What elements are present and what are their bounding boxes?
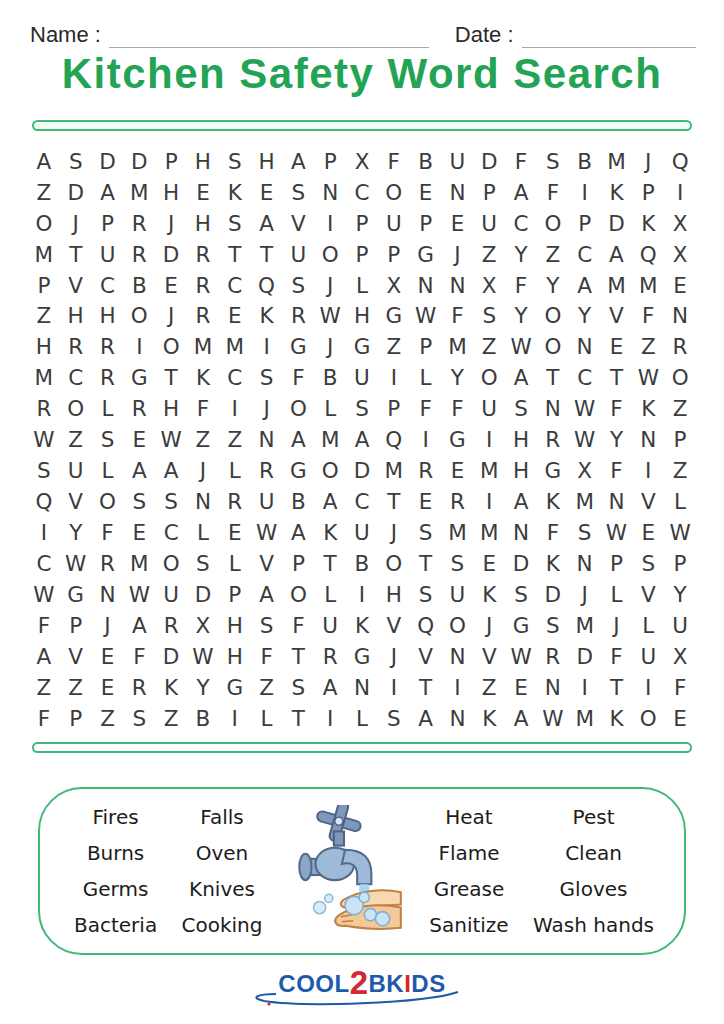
grid-cell-r17c4[interactable]: F: [123, 641, 155, 672]
grid-cell-r4c4[interactable]: R: [123, 239, 155, 270]
grid-cell-r1c17[interactable]: S: [537, 146, 569, 177]
grid-cell-r9c15[interactable]: U: [473, 394, 505, 425]
grid-cell-r4c10[interactable]: O: [314, 239, 346, 270]
grid-cell-r1c16[interactable]: F: [505, 146, 537, 177]
grid-cell-r2c21[interactable]: I: [664, 177, 696, 208]
grid-cell-r1c15[interactable]: D: [473, 146, 505, 177]
grid-cell-r12c4[interactable]: S: [123, 486, 155, 517]
grid-cell-r8c7[interactable]: C: [219, 363, 251, 394]
grid-cell-r18c9[interactable]: S: [282, 672, 314, 703]
grid-cell-r15c21[interactable]: Y: [664, 579, 696, 610]
grid-cell-r10c9[interactable]: A: [282, 425, 314, 456]
grid-cell-r17c5[interactable]: D: [155, 641, 187, 672]
grid-cell-r12c12[interactable]: T: [378, 486, 410, 517]
grid-cell-r16c20[interactable]: L: [632, 610, 664, 641]
grid-cell-r5c6[interactable]: R: [187, 270, 219, 301]
grid-cell-r19c7[interactable]: I: [219, 703, 251, 734]
grid-cell-r2c1[interactable]: Z: [28, 177, 60, 208]
grid-cell-r10c12[interactable]: Q: [378, 425, 410, 456]
grid-cell-r4c15[interactable]: Z: [473, 239, 505, 270]
grid-cell-r7c21[interactable]: R: [664, 332, 696, 363]
grid-cell-r8c16[interactable]: A: [505, 363, 537, 394]
grid-cell-r8c18[interactable]: C: [569, 363, 601, 394]
grid-cell-r19c12[interactable]: S: [378, 703, 410, 734]
grid-cell-r12c15[interactable]: I: [473, 486, 505, 517]
grid-cell-r14c9[interactable]: P: [282, 548, 314, 579]
grid-cell-r7c10[interactable]: J: [314, 332, 346, 363]
grid-cell-r17c3[interactable]: E: [92, 641, 124, 672]
grid-cell-r11c8[interactable]: R: [251, 455, 283, 486]
grid-cell-r3c19[interactable]: D: [601, 208, 633, 239]
grid-cell-r6c9[interactable]: R: [282, 301, 314, 332]
grid-cell-r15c10[interactable]: L: [314, 579, 346, 610]
grid-cell-r15c3[interactable]: N: [92, 579, 124, 610]
grid-cell-r9c1[interactable]: R: [28, 394, 60, 425]
grid-cell-r3c10[interactable]: I: [314, 208, 346, 239]
grid-cell-r5c14[interactable]: N: [442, 270, 474, 301]
grid-cell-r8c19[interactable]: T: [601, 363, 633, 394]
grid-cell-r17c2[interactable]: V: [60, 641, 92, 672]
grid-cell-r10c19[interactable]: Y: [601, 425, 633, 456]
grid-cell-r17c1[interactable]: A: [28, 641, 60, 672]
grid-cell-r6c16[interactable]: Y: [505, 301, 537, 332]
grid-cell-r16c21[interactable]: U: [664, 610, 696, 641]
grid-cell-r14c10[interactable]: T: [314, 548, 346, 579]
grid-cell-r4c11[interactable]: P: [346, 239, 378, 270]
grid-cell-r19c9[interactable]: T: [282, 703, 314, 734]
grid-cell-r10c14[interactable]: G: [442, 425, 474, 456]
grid-cell-r8c14[interactable]: Y: [442, 363, 474, 394]
grid-cell-r13c3[interactable]: F: [92, 517, 124, 548]
grid-cell-r15c6[interactable]: D: [187, 579, 219, 610]
grid-cell-r5c17[interactable]: Y: [537, 270, 569, 301]
grid-cell-r8c10[interactable]: B: [314, 363, 346, 394]
grid-cell-r18c19[interactable]: T: [601, 672, 633, 703]
grid-cell-r11c9[interactable]: G: [282, 455, 314, 486]
grid-cell-r8c21[interactable]: O: [664, 363, 696, 394]
grid-cell-r13c4[interactable]: E: [123, 517, 155, 548]
grid-cell-r14c3[interactable]: R: [92, 548, 124, 579]
grid-cell-r18c20[interactable]: I: [632, 672, 664, 703]
grid-cell-r17c21[interactable]: X: [664, 641, 696, 672]
grid-cell-r4c16[interactable]: Y: [505, 239, 537, 270]
grid-cell-r7c9[interactable]: G: [282, 332, 314, 363]
grid-cell-r14c6[interactable]: S: [187, 548, 219, 579]
grid-cell-r16c17[interactable]: S: [537, 610, 569, 641]
grid-cell-r14c14[interactable]: S: [442, 548, 474, 579]
grid-cell-r12c20[interactable]: V: [632, 486, 664, 517]
grid-cell-r13c5[interactable]: C: [155, 517, 187, 548]
grid-cell-r5c21[interactable]: E: [664, 270, 696, 301]
grid-cell-r2c15[interactable]: P: [473, 177, 505, 208]
grid-cell-r17c10[interactable]: R: [314, 641, 346, 672]
grid-cell-r17c6[interactable]: W: [187, 641, 219, 672]
grid-cell-r7c8[interactable]: I: [251, 332, 283, 363]
grid-cell-r14c20[interactable]: S: [632, 548, 664, 579]
grid-cell-r1c6[interactable]: H: [187, 146, 219, 177]
grid-cell-r13c1[interactable]: I: [28, 517, 60, 548]
grid-cell-r9c5[interactable]: H: [155, 394, 187, 425]
grid-cell-r3c9[interactable]: V: [282, 208, 314, 239]
grid-cell-r3c6[interactable]: H: [187, 208, 219, 239]
grid-cell-r11c17[interactable]: G: [537, 455, 569, 486]
grid-cell-r7c15[interactable]: Z: [473, 332, 505, 363]
grid-cell-r11c19[interactable]: F: [601, 455, 633, 486]
grid-cell-r15c15[interactable]: K: [473, 579, 505, 610]
grid-cell-r12c14[interactable]: R: [442, 486, 474, 517]
grid-cell-r19c19[interactable]: K: [601, 703, 633, 734]
grid-cell-r4c2[interactable]: T: [60, 239, 92, 270]
grid-cell-r12c10[interactable]: A: [314, 486, 346, 517]
grid-cell-r17c9[interactable]: T: [282, 641, 314, 672]
grid-cell-r2c7[interactable]: K: [219, 177, 251, 208]
grid-cell-r19c1[interactable]: F: [28, 703, 60, 734]
grid-cell-r6c12[interactable]: G: [378, 301, 410, 332]
grid-cell-r16c9[interactable]: F: [282, 610, 314, 641]
grid-cell-r5c18[interactable]: A: [569, 270, 601, 301]
grid-cell-r18c8[interactable]: Z: [251, 672, 283, 703]
grid-cell-r13c2[interactable]: Y: [60, 517, 92, 548]
grid-cell-r1c9[interactable]: A: [282, 146, 314, 177]
grid-cell-r14c13[interactable]: T: [410, 548, 442, 579]
grid-cell-r5c11[interactable]: L: [346, 270, 378, 301]
grid-cell-r4c6[interactable]: R: [187, 239, 219, 270]
grid-cell-r4c21[interactable]: X: [664, 239, 696, 270]
grid-cell-r11c13[interactable]: R: [410, 455, 442, 486]
grid-cell-r19c8[interactable]: L: [251, 703, 283, 734]
grid-cell-r13c18[interactable]: S: [569, 517, 601, 548]
grid-cell-r2c3[interactable]: A: [92, 177, 124, 208]
grid-cell-r7c12[interactable]: Z: [378, 332, 410, 363]
grid-cell-r5c13[interactable]: N: [410, 270, 442, 301]
grid-cell-r5c7[interactable]: C: [219, 270, 251, 301]
grid-cell-r6c4[interactable]: O: [123, 301, 155, 332]
grid-cell-r6c18[interactable]: Y: [569, 301, 601, 332]
grid-cell-r3c3[interactable]: P: [92, 208, 124, 239]
grid-cell-r9c6[interactable]: F: [187, 394, 219, 425]
grid-cell-r17c8[interactable]: F: [251, 641, 283, 672]
grid-cell-r14c18[interactable]: N: [569, 548, 601, 579]
grid-cell-r5c2[interactable]: V: [60, 270, 92, 301]
grid-cell-r15c2[interactable]: G: [60, 579, 92, 610]
grid-cell-r1c14[interactable]: U: [442, 146, 474, 177]
grid-cell-r1c12[interactable]: F: [378, 146, 410, 177]
grid-cell-r9c19[interactable]: F: [601, 394, 633, 425]
grid-cell-r2c8[interactable]: E: [251, 177, 283, 208]
grid-cell-r11c16[interactable]: H: [505, 455, 537, 486]
grid-cell-r6c15[interactable]: S: [473, 301, 505, 332]
grid-cell-r4c14[interactable]: J: [442, 239, 474, 270]
grid-cell-r2c2[interactable]: D: [60, 177, 92, 208]
grid-cell-r12c13[interactable]: E: [410, 486, 442, 517]
grid-cell-r11c4[interactable]: A: [123, 455, 155, 486]
grid-cell-r8c9[interactable]: F: [282, 363, 314, 394]
grid-cell-r8c1[interactable]: M: [28, 363, 60, 394]
grid-cell-r18c10[interactable]: A: [314, 672, 346, 703]
grid-cell-r1c8[interactable]: H: [251, 146, 283, 177]
grid-cell-r8c6[interactable]: K: [187, 363, 219, 394]
grid-cell-r9c10[interactable]: L: [314, 394, 346, 425]
grid-cell-r6c5[interactable]: J: [155, 301, 187, 332]
grid-cell-r6c7[interactable]: E: [219, 301, 251, 332]
grid-cell-r14c2[interactable]: W: [60, 548, 92, 579]
grid-cell-r17c11[interactable]: G: [346, 641, 378, 672]
grid-cell-r7c13[interactable]: P: [410, 332, 442, 363]
grid-cell-r8c2[interactable]: C: [60, 363, 92, 394]
grid-cell-r17c16[interactable]: W: [505, 641, 537, 672]
grid-cell-r14c15[interactable]: E: [473, 548, 505, 579]
grid-cell-r4c1[interactable]: M: [28, 239, 60, 270]
grid-cell-r17c18[interactable]: D: [569, 641, 601, 672]
grid-cell-r5c3[interactable]: C: [92, 270, 124, 301]
grid-cell-r5c8[interactable]: Q: [251, 270, 283, 301]
grid-cell-r14c11[interactable]: B: [346, 548, 378, 579]
grid-cell-r1c19[interactable]: M: [601, 146, 633, 177]
grid-cell-r16c3[interactable]: J: [92, 610, 124, 641]
grid-cell-r18c16[interactable]: E: [505, 672, 537, 703]
grid-cell-r16c19[interactable]: J: [601, 610, 633, 641]
grid-cell-r14c8[interactable]: V: [251, 548, 283, 579]
grid-cell-r8c13[interactable]: L: [410, 363, 442, 394]
grid-cell-r5c9[interactable]: S: [282, 270, 314, 301]
grid-cell-r8c20[interactable]: W: [632, 363, 664, 394]
grid-cell-r3c1[interactable]: O: [28, 208, 60, 239]
grid-cell-r3c21[interactable]: X: [664, 208, 696, 239]
grid-cell-r10c5[interactable]: W: [155, 425, 187, 456]
grid-cell-r5c15[interactable]: X: [473, 270, 505, 301]
grid-cell-r11c10[interactable]: O: [314, 455, 346, 486]
grid-cell-r16c16[interactable]: G: [505, 610, 537, 641]
grid-cell-r6c6[interactable]: R: [187, 301, 219, 332]
grid-cell-r10c17[interactable]: R: [537, 425, 569, 456]
grid-cell-r17c20[interactable]: U: [632, 641, 664, 672]
grid-cell-r14c1[interactable]: C: [28, 548, 60, 579]
grid-cell-r14c17[interactable]: K: [537, 548, 569, 579]
grid-cell-r16c13[interactable]: Q: [410, 610, 442, 641]
grid-cell-r12c16[interactable]: A: [505, 486, 537, 517]
grid-cell-r12c17[interactable]: K: [537, 486, 569, 517]
grid-cell-r1c18[interactable]: B: [569, 146, 601, 177]
grid-cell-r10c13[interactable]: I: [410, 425, 442, 456]
grid-cell-r16c6[interactable]: X: [187, 610, 219, 641]
grid-cell-r5c12[interactable]: X: [378, 270, 410, 301]
grid-cell-r11c14[interactable]: E: [442, 455, 474, 486]
grid-cell-r6c19[interactable]: V: [601, 301, 633, 332]
grid-cell-r16c2[interactable]: P: [60, 610, 92, 641]
grid-cell-r12c2[interactable]: V: [60, 486, 92, 517]
grid-cell-r7c19[interactable]: E: [601, 332, 633, 363]
grid-cell-r2c20[interactable]: P: [632, 177, 664, 208]
grid-cell-r7c14[interactable]: M: [442, 332, 474, 363]
grid-cell-r10c21[interactable]: P: [664, 425, 696, 456]
grid-cell-r12c1[interactable]: Q: [28, 486, 60, 517]
grid-cell-r2c13[interactable]: E: [410, 177, 442, 208]
grid-cell-r12c11[interactable]: C: [346, 486, 378, 517]
grid-cell-r14c19[interactable]: P: [601, 548, 633, 579]
date-input-line[interactable]: [522, 23, 696, 48]
grid-cell-r1c20[interactable]: J: [632, 146, 664, 177]
grid-cell-r14c4[interactable]: M: [123, 548, 155, 579]
grid-cell-r15c19[interactable]: L: [601, 579, 633, 610]
grid-cell-r19c17[interactable]: W: [537, 703, 569, 734]
grid-cell-r7c1[interactable]: H: [28, 332, 60, 363]
grid-cell-r10c2[interactable]: Z: [60, 425, 92, 456]
grid-cell-r18c11[interactable]: N: [346, 672, 378, 703]
grid-cell-r11c18[interactable]: X: [569, 455, 601, 486]
grid-cell-r7c5[interactable]: O: [155, 332, 187, 363]
grid-cell-r2c5[interactable]: H: [155, 177, 187, 208]
grid-cell-r3c15[interactable]: U: [473, 208, 505, 239]
grid-cell-r3c5[interactable]: J: [155, 208, 187, 239]
grid-cell-r3c7[interactable]: S: [219, 208, 251, 239]
grid-cell-r3c13[interactable]: P: [410, 208, 442, 239]
grid-cell-r5c5[interactable]: E: [155, 270, 187, 301]
grid-cell-r15c1[interactable]: W: [28, 579, 60, 610]
grid-cell-r1c3[interactable]: D: [92, 146, 124, 177]
grid-cell-r13c9[interactable]: A: [282, 517, 314, 548]
grid-cell-r3c2[interactable]: J: [60, 208, 92, 239]
grid-cell-r4c19[interactable]: A: [601, 239, 633, 270]
grid-cell-r2c4[interactable]: M: [123, 177, 155, 208]
grid-cell-r5c4[interactable]: B: [123, 270, 155, 301]
grid-cell-r6c13[interactable]: W: [410, 301, 442, 332]
grid-cell-r18c13[interactable]: T: [410, 672, 442, 703]
grid-cell-r12c19[interactable]: N: [601, 486, 633, 517]
grid-cell-r15c11[interactable]: I: [346, 579, 378, 610]
grid-cell-r3c18[interactable]: P: [569, 208, 601, 239]
grid-cell-r10c7[interactable]: Z: [219, 425, 251, 456]
grid-cell-r1c5[interactable]: P: [155, 146, 187, 177]
grid-cell-r1c10[interactable]: P: [314, 146, 346, 177]
grid-cell-r18c17[interactable]: N: [537, 672, 569, 703]
grid-cell-r9c2[interactable]: O: [60, 394, 92, 425]
grid-cell-r15c17[interactable]: D: [537, 579, 569, 610]
grid-cell-r10c6[interactable]: Z: [187, 425, 219, 456]
grid-cell-r18c5[interactable]: K: [155, 672, 187, 703]
grid-cell-r7c6[interactable]: M: [187, 332, 219, 363]
grid-cell-r19c4[interactable]: S: [123, 703, 155, 734]
grid-cell-r19c6[interactable]: B: [187, 703, 219, 734]
grid-cell-r9c13[interactable]: F: [410, 394, 442, 425]
grid-cell-r19c11[interactable]: L: [346, 703, 378, 734]
grid-cell-r19c13[interactable]: A: [410, 703, 442, 734]
grid-cell-r6c3[interactable]: H: [92, 301, 124, 332]
grid-cell-r9c21[interactable]: Z: [664, 394, 696, 425]
grid-cell-r7c3[interactable]: R: [92, 332, 124, 363]
grid-cell-r12c9[interactable]: B: [282, 486, 314, 517]
grid-cell-r18c14[interactable]: I: [442, 672, 474, 703]
grid-cell-r14c21[interactable]: P: [664, 548, 696, 579]
grid-cell-r9c3[interactable]: L: [92, 394, 124, 425]
name-input-line[interactable]: [109, 23, 429, 48]
grid-cell-r14c5[interactable]: O: [155, 548, 187, 579]
grid-cell-r2c9[interactable]: S: [282, 177, 314, 208]
grid-cell-r4c8[interactable]: T: [251, 239, 283, 270]
grid-cell-r19c18[interactable]: M: [569, 703, 601, 734]
grid-cell-r15c4[interactable]: W: [123, 579, 155, 610]
grid-cell-r18c4[interactable]: R: [123, 672, 155, 703]
grid-cell-r1c7[interactable]: S: [219, 146, 251, 177]
grid-cell-r16c14[interactable]: O: [442, 610, 474, 641]
grid-cell-r3c8[interactable]: A: [251, 208, 283, 239]
grid-cell-r11c1[interactable]: S: [28, 455, 60, 486]
grid-cell-r6c20[interactable]: F: [632, 301, 664, 332]
grid-cell-r17c12[interactable]: J: [378, 641, 410, 672]
grid-cell-r9c16[interactable]: S: [505, 394, 537, 425]
grid-cell-r4c9[interactable]: U: [282, 239, 314, 270]
grid-cell-r18c1[interactable]: Z: [28, 672, 60, 703]
grid-cell-r2c18[interactable]: I: [569, 177, 601, 208]
grid-cell-r7c2[interactable]: R: [60, 332, 92, 363]
grid-cell-r2c16[interactable]: A: [505, 177, 537, 208]
grid-cell-r10c4[interactable]: E: [123, 425, 155, 456]
grid-cell-r10c20[interactable]: N: [632, 425, 664, 456]
grid-cell-r19c2[interactable]: P: [60, 703, 92, 734]
grid-cell-r4c3[interactable]: U: [92, 239, 124, 270]
grid-cell-r19c16[interactable]: A: [505, 703, 537, 734]
grid-cell-r7c18[interactable]: N: [569, 332, 601, 363]
grid-cell-r16c11[interactable]: K: [346, 610, 378, 641]
grid-cell-r12c18[interactable]: M: [569, 486, 601, 517]
grid-cell-r1c4[interactable]: D: [123, 146, 155, 177]
grid-cell-r10c11[interactable]: A: [346, 425, 378, 456]
grid-cell-r15c20[interactable]: V: [632, 579, 664, 610]
grid-cell-r10c1[interactable]: W: [28, 425, 60, 456]
grid-cell-r15c8[interactable]: A: [251, 579, 283, 610]
grid-cell-r9c7[interactable]: I: [219, 394, 251, 425]
grid-cell-r10c10[interactable]: M: [314, 425, 346, 456]
grid-cell-r12c7[interactable]: R: [219, 486, 251, 517]
word-search-grid[interactable]: ASDDPHSHAPXFBUDFSBMJQZDAMHEKESNCOENPAFIK…: [28, 146, 696, 734]
grid-cell-r3c20[interactable]: K: [632, 208, 664, 239]
grid-cell-r18c21[interactable]: F: [664, 672, 696, 703]
grid-cell-r18c7[interactable]: G: [219, 672, 251, 703]
grid-cell-r16c5[interactable]: R: [155, 610, 187, 641]
grid-cell-r18c3[interactable]: E: [92, 672, 124, 703]
grid-cell-r13c13[interactable]: S: [410, 517, 442, 548]
grid-cell-r4c7[interactable]: T: [219, 239, 251, 270]
grid-cell-r8c5[interactable]: T: [155, 363, 187, 394]
grid-cell-r9c12[interactable]: P: [378, 394, 410, 425]
grid-cell-r11c6[interactable]: J: [187, 455, 219, 486]
grid-cell-r17c17[interactable]: R: [537, 641, 569, 672]
grid-cell-r14c12[interactable]: O: [378, 548, 410, 579]
grid-cell-r9c20[interactable]: K: [632, 394, 664, 425]
grid-cell-r15c9[interactable]: O: [282, 579, 314, 610]
grid-cell-r10c18[interactable]: W: [569, 425, 601, 456]
grid-cell-r5c19[interactable]: M: [601, 270, 633, 301]
grid-cell-r11c12[interactable]: M: [378, 455, 410, 486]
grid-cell-r7c20[interactable]: Z: [632, 332, 664, 363]
grid-cell-r7c11[interactable]: G: [346, 332, 378, 363]
grid-cell-r1c21[interactable]: Q: [664, 146, 696, 177]
grid-cell-r2c10[interactable]: N: [314, 177, 346, 208]
grid-cell-r2c12[interactable]: O: [378, 177, 410, 208]
grid-cell-r11c15[interactable]: M: [473, 455, 505, 486]
grid-cell-r18c15[interactable]: Z: [473, 672, 505, 703]
grid-cell-r18c2[interactable]: Z: [60, 672, 92, 703]
grid-cell-r10c16[interactable]: H: [505, 425, 537, 456]
grid-cell-r2c14[interactable]: N: [442, 177, 474, 208]
grid-cell-r8c12[interactable]: I: [378, 363, 410, 394]
grid-cell-r4c20[interactable]: Q: [632, 239, 664, 270]
grid-cell-r16c10[interactable]: U: [314, 610, 346, 641]
grid-cell-r14c7[interactable]: L: [219, 548, 251, 579]
grid-cell-r8c17[interactable]: T: [537, 363, 569, 394]
grid-cell-r19c21[interactable]: E: [664, 703, 696, 734]
grid-cell-r1c13[interactable]: B: [410, 146, 442, 177]
grid-cell-r13c17[interactable]: F: [537, 517, 569, 548]
